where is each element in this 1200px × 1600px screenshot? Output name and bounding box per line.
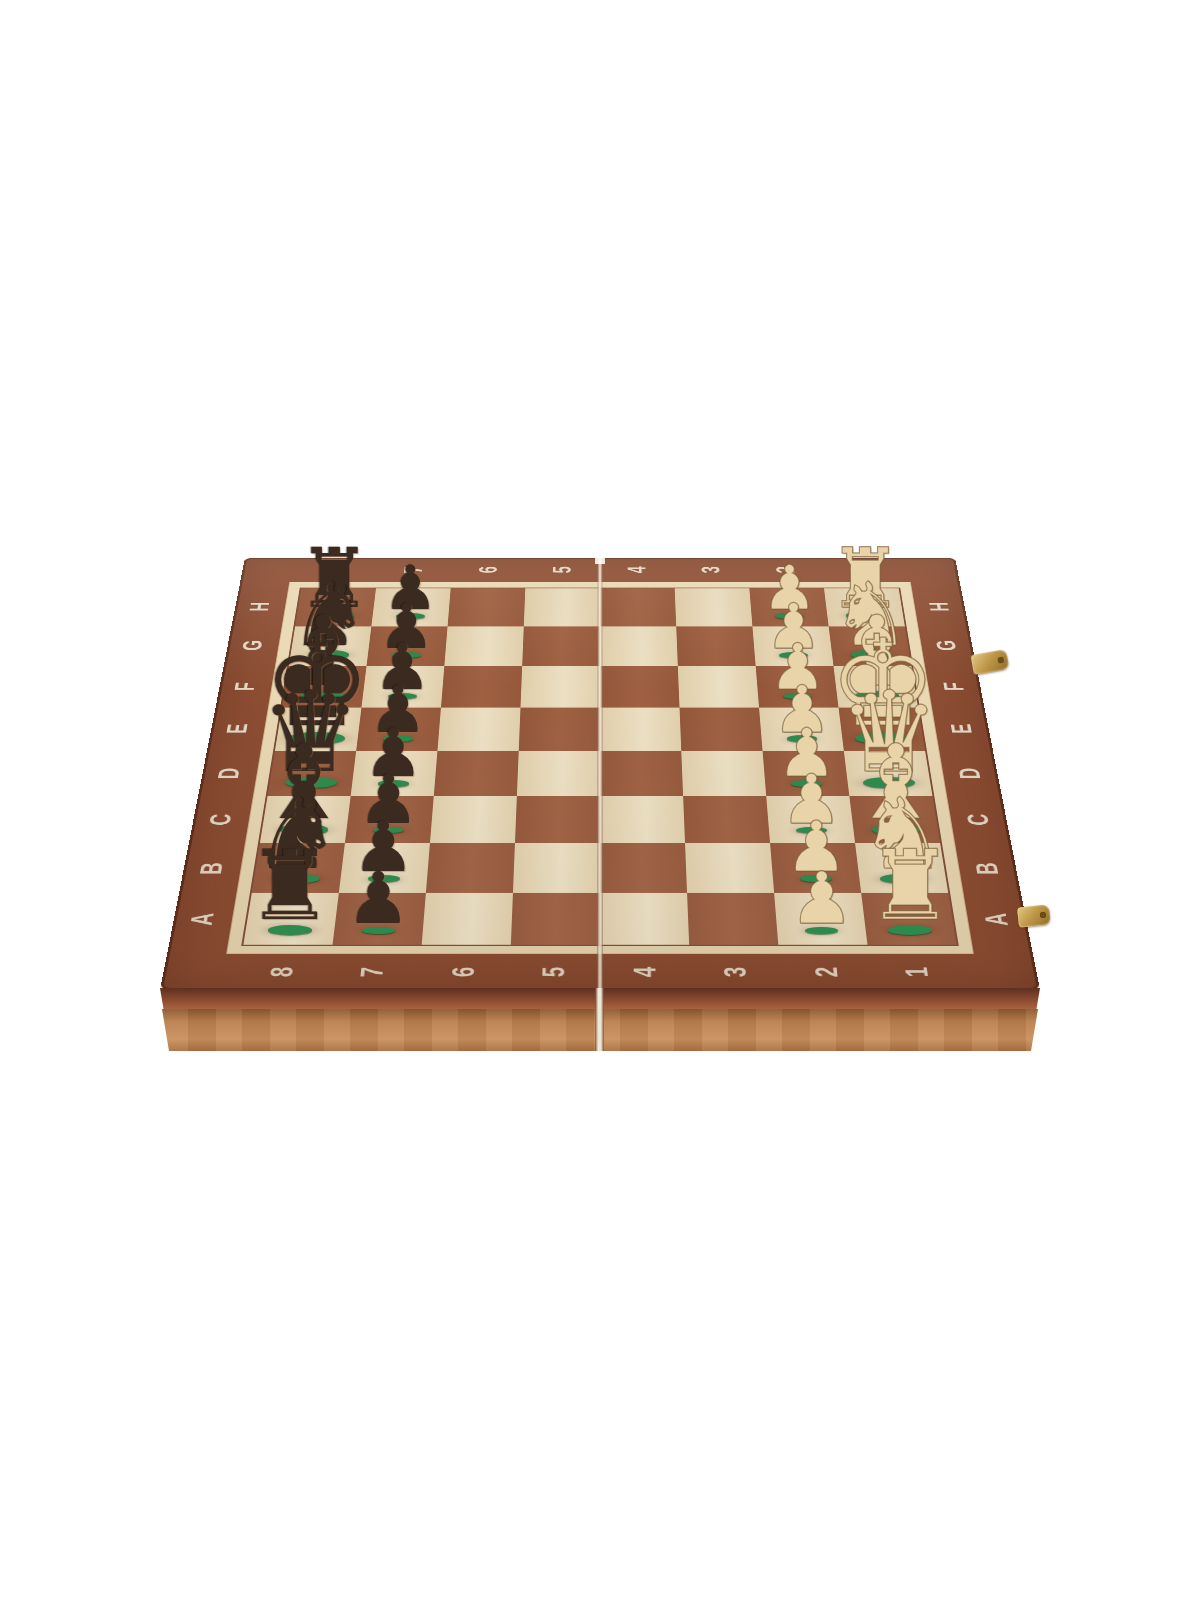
square-g4 xyxy=(600,626,678,666)
square-e2 xyxy=(759,708,844,751)
rank-label-top-2: 2 xyxy=(770,563,801,577)
rank-label-top-4: 4 xyxy=(622,563,652,577)
square-a1 xyxy=(861,893,956,945)
file-label-left-c: C xyxy=(203,810,240,829)
square-f5 xyxy=(520,666,600,707)
square-a3 xyxy=(687,893,778,945)
square-g1 xyxy=(829,626,912,666)
rank-label-top-1: 1 xyxy=(845,563,876,577)
product-photo-scene: HHGGFFEEDDCCBBAA8877665544332211 ♜♟♟♜♞♟♟… xyxy=(0,0,1200,1600)
square-c6 xyxy=(430,796,517,843)
file-label-right-h: H xyxy=(924,599,957,614)
square-h3 xyxy=(675,588,753,626)
square-h2 xyxy=(749,588,828,626)
square-d5 xyxy=(517,751,600,796)
square-h4 xyxy=(600,588,676,626)
rank-label-top-5: 5 xyxy=(548,563,578,577)
square-c4 xyxy=(600,796,685,843)
square-e4 xyxy=(600,708,681,751)
rank-label-bottom-6: 6 xyxy=(445,961,482,983)
square-e1 xyxy=(839,708,926,751)
file-label-left-a: A xyxy=(184,909,223,930)
square-f3 xyxy=(678,666,759,707)
file-label-right-e: E xyxy=(945,720,980,737)
rank-label-bottom-8: 8 xyxy=(263,961,302,983)
square-f6 xyxy=(441,666,522,707)
square-b6 xyxy=(426,843,515,893)
file-label-right-g: G xyxy=(930,638,963,654)
rank-label-bottom-2: 2 xyxy=(808,961,846,983)
file-label-left-h: H xyxy=(244,599,277,614)
file-label-right-f: F xyxy=(937,678,971,694)
file-label-left-f: F xyxy=(229,678,263,694)
square-f1 xyxy=(833,666,918,707)
square-c2 xyxy=(766,796,855,843)
square-h1 xyxy=(824,588,905,626)
box-front-fold-seam xyxy=(595,988,604,1051)
square-b3 xyxy=(685,843,774,893)
square-f4 xyxy=(600,666,680,707)
square-d1 xyxy=(844,751,933,796)
square-d4 xyxy=(600,751,683,796)
file-label-right-c: C xyxy=(961,810,998,829)
square-d7 xyxy=(351,751,438,796)
square-e7 xyxy=(356,708,441,751)
square-c3 xyxy=(683,796,770,843)
square-f2 xyxy=(756,666,839,707)
square-c7 xyxy=(345,796,434,843)
square-f7 xyxy=(361,666,444,707)
square-e6 xyxy=(437,708,520,751)
square-a6 xyxy=(422,893,513,945)
square-g8 xyxy=(289,626,372,666)
square-c5 xyxy=(515,796,600,843)
square-d6 xyxy=(434,751,519,796)
file-label-left-g: G xyxy=(236,638,269,654)
square-b4 xyxy=(600,843,687,893)
file-label-left-d: D xyxy=(212,764,248,782)
file-label-left-b: B xyxy=(193,859,231,879)
square-h8 xyxy=(295,588,376,626)
rank-label-top-7: 7 xyxy=(399,563,430,577)
square-h6 xyxy=(448,588,526,626)
square-c1 xyxy=(849,796,940,843)
square-g3 xyxy=(676,626,755,666)
file-label-right-b: B xyxy=(969,859,1007,879)
square-e3 xyxy=(680,708,763,751)
square-h5 xyxy=(524,588,600,626)
square-h7 xyxy=(371,588,450,626)
square-g5 xyxy=(522,626,600,666)
file-label-left-e: E xyxy=(220,720,255,737)
square-b1 xyxy=(855,843,948,893)
board-fold-seam-notch xyxy=(595,558,605,564)
square-a8 xyxy=(243,893,338,945)
rank-label-bottom-7: 7 xyxy=(354,961,392,983)
square-c8 xyxy=(260,796,351,843)
square-g7 xyxy=(367,626,448,666)
square-g6 xyxy=(444,626,523,666)
square-f8 xyxy=(282,666,367,707)
brass-latch-icon xyxy=(1017,904,1051,927)
square-b8 xyxy=(252,843,345,893)
brass-latch-icon xyxy=(971,649,1010,675)
rank-label-bottom-3: 3 xyxy=(718,961,755,983)
square-g2 xyxy=(752,626,833,666)
square-b5 xyxy=(513,843,600,893)
square-e8 xyxy=(275,708,362,751)
square-e5 xyxy=(519,708,600,751)
rank-label-bottom-1: 1 xyxy=(898,961,937,983)
file-label-right-a: A xyxy=(978,909,1017,930)
square-a7 xyxy=(333,893,426,945)
board-squares-grid xyxy=(241,588,959,946)
rank-label-bottom-4: 4 xyxy=(627,961,663,983)
rank-label-top-6: 6 xyxy=(473,563,503,577)
square-b7 xyxy=(339,843,430,893)
rank-label-top-3: 3 xyxy=(696,563,726,577)
file-label-right-d: D xyxy=(952,764,988,782)
chess-board: HHGGFFEEDDCCBBAA8877665544332211 xyxy=(160,558,1040,990)
square-a2 xyxy=(774,893,867,945)
rank-label-bottom-5: 5 xyxy=(536,961,572,983)
square-d2 xyxy=(763,751,850,796)
square-a4 xyxy=(600,893,689,945)
square-a5 xyxy=(511,893,600,945)
square-d3 xyxy=(681,751,766,796)
square-d8 xyxy=(268,751,357,796)
square-b2 xyxy=(770,843,861,893)
rank-label-top-8: 8 xyxy=(324,563,355,577)
